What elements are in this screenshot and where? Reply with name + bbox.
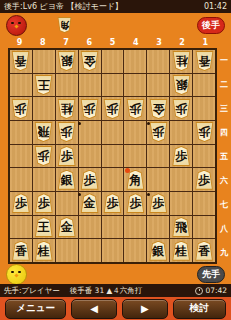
rank-label-8: 八 [218,216,230,240]
cell-17[interactable] [193,192,215,215]
file-label-9: 9 [8,37,31,48]
cell-78[interactable]: 金 [56,216,78,239]
star-point [78,122,81,125]
cell-45[interactable] [124,145,146,168]
rank-label-9: 九 [218,240,230,264]
cell-76[interactable]: 銀 [56,168,78,191]
cell-47[interactable]: 歩 [124,192,146,215]
shogi-piece[interactable]: 金 [57,217,76,237]
shogi-piece[interactable]: 銀 [149,241,168,261]
rank-label-2: 二 [218,72,230,96]
shogi-piece[interactable]: 王 [34,217,53,237]
cell-74[interactable]: 歩 [56,121,78,144]
file-labels: 9 8 7 6 5 4 3 2 1 [8,37,217,48]
cell-15[interactable] [193,145,215,168]
cell-67[interactable]: 金 [79,192,101,215]
rank-labels: 一 二 三 四 五 六 七 八 九 [218,48,230,264]
shogi-piece[interactable]: 歩 [103,193,122,213]
shogi-piece[interactable]: 桂 [34,241,53,261]
cell-23[interactable]: 歩 [170,97,192,120]
gote-badge: 後手 [197,17,225,34]
rank-label-1: 一 [218,48,230,72]
shogi-piece[interactable]: 歩 [57,146,76,166]
shogi-piece[interactable]: 歩 [149,193,168,213]
cell-42[interactable] [124,74,146,97]
shogi-piece[interactable]: 香 [11,51,30,71]
shogi-piece[interactable]: 銀 [172,75,191,95]
star-point [147,193,150,196]
shogi-board: 香銀金桂香王銀歩桂歩歩歩金歩飛歩歩歩歩歩歩銀歩角歩歩歩金歩歩歩王金飛香桂銀桂香 [8,48,217,264]
clock-icon [195,287,203,295]
cell-51[interactable] [102,50,124,73]
cell-65[interactable] [79,145,101,168]
cell-37[interactable]: 歩 [147,192,169,215]
cell-69[interactable] [79,239,101,262]
cell-56[interactable] [102,168,124,191]
rank-label-7: 七 [218,192,230,216]
shogi-piece[interactable]: 歩 [34,193,53,213]
cell-62[interactable] [79,74,101,97]
cell-22[interactable]: 銀 [170,74,192,97]
menu-button[interactable]: メニュー [5,299,66,319]
sente-badge: 先手 [197,266,225,283]
shogi-piece[interactable]: 角 [57,17,72,33]
cell-34[interactable]: 歩 [147,121,169,144]
file-label-4: 4 [124,37,147,48]
cell-18[interactable] [193,216,215,239]
shogi-piece[interactable]: 銀 [57,51,76,71]
shogi-piece[interactable]: 歩 [195,122,214,142]
cell-14[interactable]: 歩 [193,121,215,144]
cell-27[interactable] [170,192,192,215]
shogi-piece[interactable]: 桂 [172,241,191,261]
top-status-bar: 後手:Lv6 ピヨ帝 【検討モード】 01:42 [0,0,231,13]
cell-12[interactable] [193,74,215,97]
cell-52[interactable] [102,74,124,97]
shogi-piece[interactable]: 金 [80,193,99,213]
cell-97[interactable]: 歩 [10,192,32,215]
turn-and-last-move: 後手番 31 ▲４六角打 [70,284,143,297]
cell-77[interactable] [56,192,78,215]
cell-43[interactable]: 歩 [124,97,146,120]
cell-91[interactable]: 香 [10,50,32,73]
file-label-5: 5 [101,37,124,48]
cell-53[interactable]: 歩 [102,97,124,120]
cell-72[interactable] [56,74,78,97]
cell-19[interactable]: 香 [193,239,215,262]
shogi-piece[interactable]: 香 [195,241,214,261]
shogi-piece[interactable]: 歩 [34,146,53,166]
star-point [147,122,150,125]
cell-99[interactable]: 香 [10,239,32,262]
cell-73[interactable]: 桂 [56,97,78,120]
shogi-piece[interactable]: 香 [11,241,30,261]
star-point [78,193,81,196]
cell-94[interactable] [10,121,32,144]
file-label-2: 2 [171,37,194,48]
cell-38[interactable] [147,216,169,239]
sente-player-row: 先手 [0,264,231,284]
shogi-piece[interactable]: 歩 [172,146,191,166]
shogi-piece[interactable]: 歩 [172,99,191,119]
file-label-6: 6 [78,37,101,48]
shogi-piece[interactable]: 金 [149,99,168,119]
cell-86[interactable] [33,168,55,191]
cell-93[interactable]: 歩 [10,97,32,120]
cell-87[interactable]: 歩 [33,192,55,215]
cell-89[interactable]: 桂 [33,239,55,262]
shogi-piece[interactable]: 銀 [57,170,76,190]
rank-label-6: 六 [218,168,230,192]
cell-88[interactable]: 王 [33,216,55,239]
gote-avatar [6,15,27,36]
shogi-piece[interactable]: 歩 [80,99,99,119]
next-move-button[interactable]: ▶ [122,299,168,319]
shogi-piece[interactable]: 歩 [57,122,76,142]
cell-54[interactable] [102,121,124,144]
cell-85[interactable]: 歩 [33,145,55,168]
cell-44[interactable] [124,121,146,144]
rank-label-3: 三 [218,96,230,120]
gote-clock: 01:42 [204,0,227,13]
cell-26[interactable] [170,168,192,191]
cell-24[interactable] [170,121,192,144]
cell-63[interactable]: 歩 [79,97,101,120]
app-screen: 後手:Lv6 ピヨ帝 【検討モード】 01:42 角 後手 9 8 7 6 5 … [0,0,231,320]
shogi-piece[interactable]: 香 [195,51,214,71]
bottom-status-bar: 先手:プレイヤー 後手番 31 ▲４六角打 07:42 [0,284,231,297]
gote-player-row: 角 後手 [0,13,231,37]
cell-58[interactable] [102,216,124,239]
cell-83[interactable] [33,97,55,120]
gote-player-title: 後手:Lv6 ピヨ帝 【検討モード】 [4,0,123,13]
cell-66[interactable]: 歩 [79,168,101,191]
cell-32[interactable] [147,74,169,97]
cell-55[interactable] [102,145,124,168]
cell-29[interactable]: 桂 [170,239,192,262]
cell-13[interactable] [193,97,215,120]
cell-61[interactable]: 金 [79,50,101,73]
cell-41[interactable] [124,50,146,73]
shogi-piece[interactable]: 歩 [11,99,30,119]
cell-35[interactable] [147,145,169,168]
file-label-8: 8 [31,37,54,48]
cell-28[interactable]: 飛 [170,216,192,239]
cell-82[interactable]: 王 [33,74,55,97]
cell-68[interactable] [79,216,101,239]
cell-36[interactable] [147,168,169,191]
shogi-piece[interactable]: 王 [34,75,53,95]
cell-96[interactable] [10,168,32,191]
toolbar: メニュー ◀ ▶ 検討 [0,297,231,320]
cell-16[interactable]: 歩 [193,168,215,191]
rank-label-4: 四 [218,120,230,144]
cell-81[interactable] [33,50,55,73]
shogi-piece[interactable]: 歩 [103,99,122,119]
cell-46[interactable]: 角 [124,168,146,191]
shogi-piece[interactable]: 歩 [80,170,99,190]
cell-84[interactable]: 飛 [33,121,55,144]
shogi-piece[interactable]: 飛 [34,122,53,142]
cell-33[interactable]: 金 [147,97,169,120]
cell-39[interactable]: 銀 [147,239,169,262]
gote-hand-tray[interactable]: 角 [57,17,72,33]
prev-move-button[interactable]: ◀ [71,299,117,319]
cell-98[interactable] [10,216,32,239]
shogi-piece[interactable]: 歩 [195,170,214,190]
file-label-3: 3 [147,37,170,48]
cell-79[interactable] [56,239,78,262]
file-label-7: 7 [54,37,77,48]
cell-48[interactable] [124,216,146,239]
kentou-button[interactable]: 検討 [173,299,226,319]
cell-25[interactable]: 歩 [170,145,192,168]
shogi-piece[interactable]: 桂 [57,99,76,119]
shogi-piece[interactable]: 金 [80,51,99,71]
cell-57[interactable]: 歩 [102,192,124,215]
cell-71[interactable]: 銀 [56,50,78,73]
cell-75[interactable]: 歩 [56,145,78,168]
sente-clock: 07:42 [205,284,227,297]
shogi-piece[interactable]: 歩 [126,193,145,213]
cell-59[interactable] [102,239,124,262]
shogi-piece[interactable]: 歩 [126,99,145,119]
cell-11[interactable]: 香 [193,50,215,73]
shogi-piece[interactable]: 飛 [172,217,191,237]
cell-95[interactable] [10,145,32,168]
cell-92[interactable] [10,74,32,97]
cell-21[interactable]: 桂 [170,50,192,73]
sente-avatar [6,264,27,285]
shogi-piece[interactable]: 桂 [172,51,191,71]
rank-label-5: 五 [218,144,230,168]
shogi-piece[interactable]: 歩 [149,122,168,142]
cell-64[interactable] [79,121,101,144]
sente-player-title: 先手:プレイヤー [4,284,60,297]
file-label-1: 1 [194,37,217,48]
cell-31[interactable] [147,50,169,73]
shogi-piece[interactable]: 歩 [11,193,30,213]
cell-49[interactable] [124,239,146,262]
